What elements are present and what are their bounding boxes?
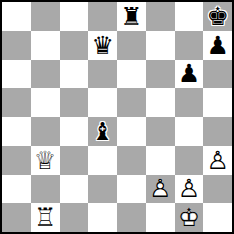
square-a8	[2, 2, 31, 31]
square-g1: ♚♔	[175, 203, 204, 232]
square-f8	[146, 2, 175, 31]
square-g5	[175, 88, 204, 117]
square-c3	[60, 146, 89, 175]
square-d3	[88, 146, 117, 175]
white-pawn-outline: ♙	[178, 175, 200, 204]
square-h2	[203, 175, 232, 204]
square-e7	[117, 31, 146, 60]
white-pawn-outline: ♙	[206, 146, 228, 175]
chess-board: ♜♚♛♟♟♝♛♕♟♙♟♙♟♙♜♖♚♔	[0, 0, 234, 234]
square-g7	[175, 31, 204, 60]
square-h5	[203, 88, 232, 117]
square-c4	[60, 117, 89, 146]
square-h8: ♚	[203, 2, 232, 31]
square-b5	[31, 88, 60, 117]
square-a3	[2, 146, 31, 175]
black-pawn: ♟	[178, 61, 200, 86]
square-b4	[31, 117, 60, 146]
white-king-outline: ♔	[178, 203, 200, 232]
square-d2	[88, 175, 117, 204]
square-f5	[146, 88, 175, 117]
square-c6	[60, 60, 89, 89]
square-b6	[31, 60, 60, 89]
white-pawn-outline: ♙	[149, 175, 171, 204]
square-h4	[203, 117, 232, 146]
black-rook: ♜	[120, 4, 142, 29]
white-queen: ♛♕	[34, 148, 56, 173]
square-e4	[117, 117, 146, 146]
square-d1	[88, 203, 117, 232]
square-g8	[175, 2, 204, 31]
square-a6	[2, 60, 31, 89]
square-g4	[175, 117, 204, 146]
square-a1	[2, 203, 31, 232]
square-a5	[2, 88, 31, 117]
square-d4: ♝	[88, 117, 117, 146]
square-g3	[175, 146, 204, 175]
square-g2: ♟♙	[175, 175, 204, 204]
square-f2: ♟♙	[146, 175, 175, 204]
square-a7	[2, 31, 31, 60]
square-f3	[146, 146, 175, 175]
square-h3: ♟♙	[203, 146, 232, 175]
square-d7: ♛	[88, 31, 117, 60]
square-h1	[203, 203, 232, 232]
square-d5	[88, 88, 117, 117]
square-b8	[31, 2, 60, 31]
square-f6	[146, 60, 175, 89]
square-f4	[146, 117, 175, 146]
square-f7	[146, 31, 175, 60]
square-e5	[117, 88, 146, 117]
square-d8	[88, 2, 117, 31]
black-pawn: ♟	[206, 33, 228, 58]
square-e3	[117, 146, 146, 175]
black-queen: ♛	[91, 33, 113, 58]
square-b7	[31, 31, 60, 60]
square-a2	[2, 175, 31, 204]
black-bishop: ♝	[91, 119, 113, 144]
square-b1: ♜♖	[31, 203, 60, 232]
square-a4	[2, 117, 31, 146]
square-c8	[60, 2, 89, 31]
white-king: ♚♔	[178, 205, 200, 230]
square-h7: ♟	[203, 31, 232, 60]
white-rook-outline: ♖	[34, 203, 56, 232]
square-g6: ♟	[175, 60, 204, 89]
square-e2	[117, 175, 146, 204]
square-c1	[60, 203, 89, 232]
square-e6	[117, 60, 146, 89]
square-c2	[60, 175, 89, 204]
square-c5	[60, 88, 89, 117]
square-c7	[60, 31, 89, 60]
square-h6	[203, 60, 232, 89]
black-king: ♚	[206, 4, 228, 29]
square-f1	[146, 203, 175, 232]
square-e8: ♜	[117, 2, 146, 31]
white-rook: ♜♖	[34, 205, 56, 230]
square-b2	[31, 175, 60, 204]
white-queen-outline: ♕	[34, 146, 56, 175]
square-e1	[117, 203, 146, 232]
square-d6	[88, 60, 117, 89]
white-pawn: ♟♙	[206, 148, 228, 173]
white-pawn: ♟♙	[178, 176, 200, 201]
white-pawn: ♟♙	[149, 176, 171, 201]
chess-diagram: ♜♚♛♟♟♝♛♕♟♙♟♙♟♙♜♖♚♔	[0, 0, 234, 234]
square-b3: ♛♕	[31, 146, 60, 175]
